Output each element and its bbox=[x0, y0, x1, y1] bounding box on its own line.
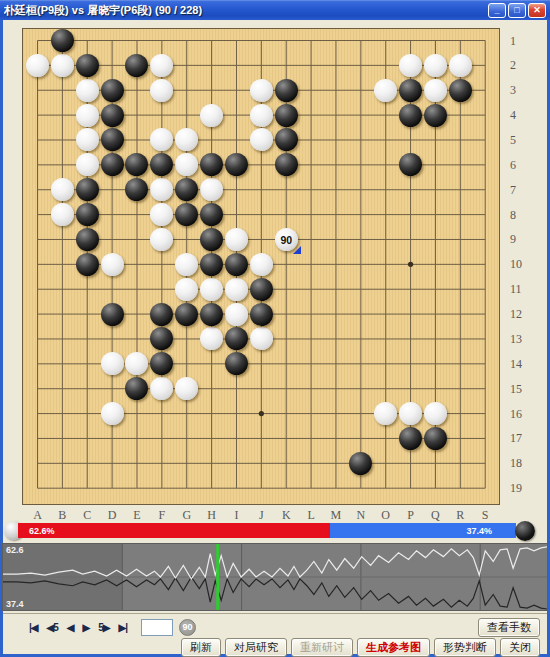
stone-white-G11 bbox=[175, 278, 198, 301]
black-winrate-segment: 37.4% bbox=[330, 523, 516, 538]
stone-black-K4 bbox=[275, 104, 298, 127]
black-winrate-label: 37.4% bbox=[466, 526, 492, 536]
row-label-7: 7 bbox=[510, 182, 516, 197]
winrate-graph[interactable]: 62.6 37.4 bbox=[2, 543, 548, 611]
row-label-4: 4 bbox=[510, 108, 516, 123]
row-label-14: 14 bbox=[510, 356, 522, 371]
stone-black-K6 bbox=[275, 153, 298, 176]
stone-white-I11 bbox=[225, 278, 248, 301]
stone-white-P16 bbox=[399, 402, 422, 425]
close-button[interactable]: ✕ bbox=[528, 3, 546, 18]
nav-back-button[interactable]: ◀ bbox=[67, 622, 74, 633]
action-button-0[interactable]: 刷新 bbox=[181, 638, 221, 657]
app-window: 朴廷桓(P9段) vs 屠晓宇(P6段) (90 / 228) _ □ ✕ 90… bbox=[0, 0, 550, 657]
stone-black-C10 bbox=[76, 253, 99, 276]
stone-white-B8 bbox=[51, 203, 74, 226]
action-button-4[interactable]: 形势判断 bbox=[434, 638, 496, 657]
white-winrate-segment: 62.6% bbox=[18, 523, 330, 538]
black-player-stone-icon bbox=[515, 521, 535, 541]
row-label-13: 13 bbox=[510, 331, 522, 346]
stone-white-B7 bbox=[51, 178, 74, 201]
current-move-marker-icon bbox=[293, 246, 301, 254]
stone-black-H10 bbox=[200, 253, 223, 276]
stone-black-H12 bbox=[200, 303, 223, 326]
move-count-badge: 90 bbox=[179, 619, 196, 636]
graph-white-label: 62.6 bbox=[6, 545, 24, 555]
nav-first-button[interactable]: |◀ bbox=[29, 622, 38, 633]
stone-white-C3 bbox=[76, 79, 99, 102]
stone-black-D6 bbox=[101, 153, 124, 176]
row-label-8: 8 bbox=[510, 207, 516, 222]
stone-black-N18 bbox=[349, 452, 372, 475]
stone-black-P4 bbox=[399, 104, 422, 127]
stone-black-C2 bbox=[76, 54, 99, 77]
stone-black-F12 bbox=[150, 303, 173, 326]
stone-white-P2 bbox=[399, 54, 422, 77]
stone-white-J4 bbox=[250, 104, 273, 127]
white-winrate-label: 62.6% bbox=[29, 526, 55, 536]
stone-white-J3 bbox=[250, 79, 273, 102]
view-moves-button[interactable]: 查看手数 bbox=[478, 618, 540, 637]
stone-white-A2 bbox=[26, 54, 49, 77]
row-label-5: 5 bbox=[510, 132, 516, 147]
row-label-6: 6 bbox=[510, 157, 516, 172]
graph-black-label: 37.4 bbox=[6, 599, 24, 609]
maximize-button[interactable]: □ bbox=[508, 3, 526, 18]
row-label-17: 17 bbox=[510, 431, 522, 446]
row-label-2: 2 bbox=[510, 58, 516, 73]
bottom-toolbar: |◀◀5◀▶5▶▶| 90 查看手数 刷新对局研究重新研讨生成参考图形势判断关闭 bbox=[3, 613, 547, 654]
stone-white-D10 bbox=[101, 253, 124, 276]
nav-forward-5-button[interactable]: 5▶ bbox=[98, 622, 109, 633]
row-label-10: 10 bbox=[510, 257, 522, 272]
stone-white-D16 bbox=[101, 402, 124, 425]
stone-black-D4 bbox=[101, 104, 124, 127]
stone-white-D14 bbox=[101, 352, 124, 375]
action-button-1[interactable]: 对局研究 bbox=[225, 638, 287, 657]
stone-black-B1 bbox=[51, 29, 74, 52]
action-button-3[interactable]: 生成参考图 bbox=[357, 638, 430, 657]
stone-white-I9 bbox=[225, 228, 248, 251]
row-label-3: 3 bbox=[510, 83, 516, 98]
winrate-bar: 62.6% 37.4% bbox=[3, 521, 547, 541]
stone-black-Q17 bbox=[424, 427, 447, 450]
stone-black-P3 bbox=[399, 79, 422, 102]
move-navigation: |◀◀5◀▶5▶▶| bbox=[29, 622, 127, 633]
stone-white-F3 bbox=[150, 79, 173, 102]
stone-black-C7 bbox=[76, 178, 99, 201]
nav-forward-button[interactable]: ▶ bbox=[82, 622, 89, 633]
stone-black-K3 bbox=[275, 79, 298, 102]
action-button-5[interactable]: 关闭 bbox=[500, 638, 540, 657]
stone-black-H9 bbox=[200, 228, 223, 251]
stone-black-I10 bbox=[225, 253, 248, 276]
stone-white-H11 bbox=[200, 278, 223, 301]
stone-white-K9: 90 bbox=[275, 228, 298, 251]
window-title: 朴廷桓(P9段) vs 屠晓宇(P6段) (90 / 228) bbox=[4, 3, 488, 18]
row-label-19: 19 bbox=[510, 481, 522, 496]
winrate-graph-canvas bbox=[3, 544, 547, 610]
stone-black-J11 bbox=[250, 278, 273, 301]
nav-back-5-button[interactable]: ◀5 bbox=[47, 622, 58, 633]
row-label-1: 1 bbox=[510, 33, 516, 48]
window-content: 90 12345678910111213141516171819 ABCDEFG… bbox=[3, 20, 547, 654]
go-board[interactable]: 90 bbox=[22, 28, 500, 505]
stone-white-G10 bbox=[175, 253, 198, 276]
move-number-input[interactable] bbox=[141, 619, 173, 636]
action-buttons: 刷新对局研究重新研讨生成参考图形势判断关闭 bbox=[181, 638, 540, 657]
action-button-2: 重新研讨 bbox=[291, 638, 353, 657]
row-coordinates: 12345678910111213141516171819 bbox=[503, 28, 537, 507]
stone-white-Q3 bbox=[424, 79, 447, 102]
stone-white-R2 bbox=[449, 54, 472, 77]
row-label-15: 15 bbox=[510, 381, 522, 396]
stone-black-C9 bbox=[76, 228, 99, 251]
row-label-12: 12 bbox=[510, 307, 522, 322]
stone-white-B2 bbox=[51, 54, 74, 77]
stone-white-J10 bbox=[250, 253, 273, 276]
stone-white-H4 bbox=[200, 104, 223, 127]
stone-white-I12 bbox=[225, 303, 248, 326]
stone-black-P17 bbox=[399, 427, 422, 450]
row-label-16: 16 bbox=[510, 406, 522, 421]
stone-white-C4 bbox=[76, 104, 99, 127]
stone-white-O3 bbox=[374, 79, 397, 102]
title-bar[interactable]: 朴廷桓(P9段) vs 屠晓宇(P6段) (90 / 228) _ □ ✕ bbox=[0, 0, 550, 20]
row-label-9: 9 bbox=[510, 232, 516, 247]
stone-black-D12 bbox=[101, 303, 124, 326]
stone-black-D3 bbox=[101, 79, 124, 102]
stone-black-C8 bbox=[76, 203, 99, 226]
row-label-11: 11 bbox=[510, 282, 522, 297]
winrate-bar-track: 62.6% 37.4% bbox=[18, 523, 516, 538]
stone-black-D5 bbox=[101, 128, 124, 151]
stone-white-C6 bbox=[76, 153, 99, 176]
stone-white-Q16 bbox=[424, 402, 447, 425]
minimize-button[interactable]: _ bbox=[488, 3, 506, 18]
row-label-18: 18 bbox=[510, 456, 522, 471]
stone-white-Q2 bbox=[424, 54, 447, 77]
stone-black-G12 bbox=[175, 303, 198, 326]
stone-black-J12 bbox=[250, 303, 273, 326]
nav-last-button[interactable]: ▶| bbox=[118, 622, 127, 633]
stone-black-Q4 bbox=[424, 104, 447, 127]
stone-black-R3 bbox=[449, 79, 472, 102]
